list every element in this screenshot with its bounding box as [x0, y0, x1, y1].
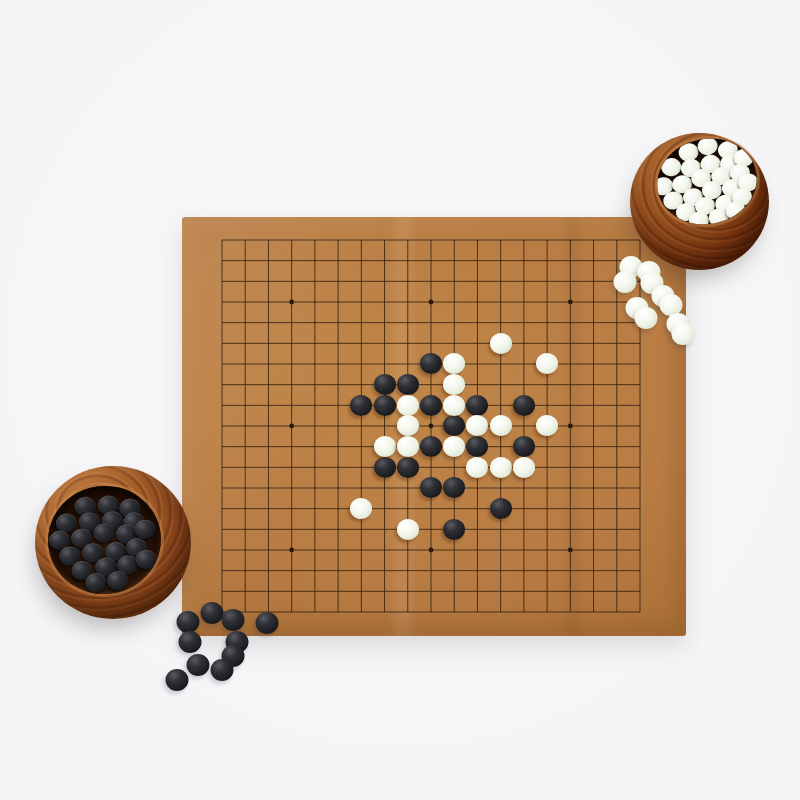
- black-stone: [443, 519, 465, 540]
- white-stone: [536, 353, 558, 374]
- white-stone: [513, 457, 535, 478]
- black-stone: [420, 353, 442, 374]
- white-stone: [443, 436, 465, 457]
- white-stone-bowl: [630, 133, 769, 270]
- loose-black-stone: [166, 669, 189, 691]
- loose-black-stone: [211, 659, 234, 681]
- loose-white-stone: [635, 307, 658, 329]
- black-stone: [443, 415, 465, 436]
- black-stone: [420, 477, 442, 498]
- loose-black-stone: [187, 654, 210, 676]
- white-stone: [443, 353, 465, 374]
- black-stone: [443, 477, 465, 498]
- white-stone: [490, 457, 512, 478]
- white-stone: [374, 436, 396, 457]
- white-bowl-opening: [649, 130, 764, 234]
- black-stone: [374, 457, 396, 478]
- black-stone: [397, 457, 419, 478]
- loose-black-stone: [177, 611, 200, 633]
- bowl-white-stone: [696, 135, 719, 157]
- white-stone: [397, 395, 419, 416]
- white-stone: [443, 395, 465, 416]
- white-stone: [443, 374, 465, 395]
- loose-black-stone: [222, 609, 245, 631]
- loose-white-stone: [672, 323, 695, 345]
- go-board-mat: [182, 217, 686, 636]
- black-stone: [420, 436, 442, 457]
- white-stone: [397, 415, 419, 436]
- black-bowl-opening: [41, 479, 168, 602]
- white-stone: [466, 415, 488, 436]
- white-stone: [490, 415, 512, 436]
- black-stone: [466, 395, 488, 416]
- loose-black-stone: [179, 631, 202, 653]
- white-stone: [397, 436, 419, 457]
- go-board: [210, 230, 651, 622]
- loose-white-stone: [614, 271, 637, 293]
- white-stone: [466, 457, 488, 478]
- black-stone: [350, 395, 372, 416]
- scene: [0, 0, 800, 800]
- white-stone: [536, 415, 558, 436]
- white-stone: [490, 333, 512, 354]
- loose-black-stone: [256, 612, 279, 634]
- white-stone: [350, 498, 372, 519]
- white-stone: [397, 519, 419, 540]
- black-stone: [513, 436, 535, 457]
- loose-black-stone: [201, 602, 224, 624]
- bowl-black-stone: [133, 518, 156, 540]
- black-stone: [420, 395, 442, 416]
- black-stone: [374, 374, 396, 395]
- black-stone-bowl: [35, 466, 191, 619]
- black-stone: [513, 395, 535, 416]
- black-stone: [397, 374, 419, 395]
- black-stone: [466, 436, 488, 457]
- black-stone: [374, 395, 396, 416]
- black-stone: [490, 498, 512, 519]
